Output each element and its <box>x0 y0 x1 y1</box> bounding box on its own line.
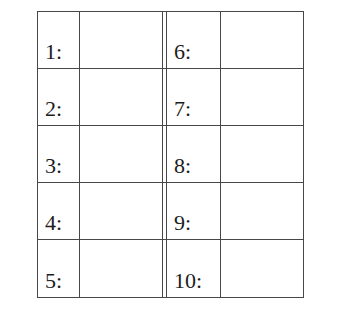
slot-label-6: 6: <box>167 12 221 69</box>
slot-label-10: 10: <box>167 240 221 297</box>
answer-table: 1: 6: 2: 7: 3: 8: 4: 9: 5: 10: <box>37 11 304 298</box>
slot-value-8 <box>221 126 303 183</box>
slot-value-7 <box>221 69 303 126</box>
slot-label-9: 9: <box>167 183 221 240</box>
slot-label-1: 1: <box>38 12 80 69</box>
slot-label-3: 3: <box>38 126 80 183</box>
slot-value-9 <box>221 183 303 240</box>
slot-value-6 <box>221 12 303 69</box>
slot-label-2: 2: <box>38 69 80 126</box>
slot-value-4 <box>80 183 162 240</box>
slot-label-4: 4: <box>38 183 80 240</box>
slot-value-1 <box>80 12 162 69</box>
slot-label-7: 7: <box>167 69 221 126</box>
slot-label-8: 8: <box>167 126 221 183</box>
slot-value-3 <box>80 126 162 183</box>
slot-value-10 <box>221 240 303 297</box>
slot-value-5 <box>80 240 162 297</box>
page-canvas: 1: 6: 2: 7: 3: 8: 4: 9: 5: 10: <box>0 0 340 317</box>
slot-value-2 <box>80 69 162 126</box>
slot-label-5: 5: <box>38 240 80 297</box>
